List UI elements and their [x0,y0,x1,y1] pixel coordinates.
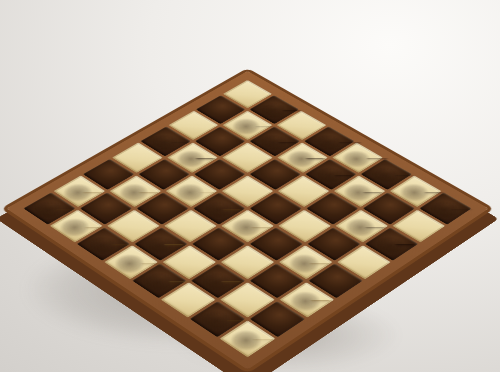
scene-3d: ♜♞♝♚♛♞♜♟♟♟♟♟♝♟♟♟♜♟♝♞♟♟♚♟♛♟♝♟♞♟♜ [0,0,500,372]
chess-board: ♜♞♝♚♛♞♜♟♟♟♟♟♝♟♟♟♜♟♝♞♟♟♚♟♛♟♝♟♞♟♜ [6,71,488,370]
photo-stage: ♜♞♝♚♛♞♜♟♟♟♟♟♝♟♟♟♜♟♝♞♟♟♚♟♛♟♝♟♞♟♜ [0,0,500,372]
